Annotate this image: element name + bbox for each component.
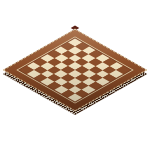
chessboard-product-photo xyxy=(0,0,150,150)
chess-board xyxy=(3,29,147,111)
